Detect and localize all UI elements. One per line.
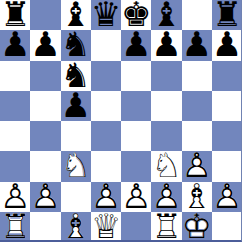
- square-c3[interactable]: ♞♘: [61, 151, 91, 181]
- square-f1[interactable]: ♜♖: [151, 212, 181, 242]
- square-d8[interactable]: ♛: [91, 0, 121, 30]
- black-piece-glyph: ♟: [121, 29, 151, 59]
- white-piece-outline: ♖: [0, 211, 30, 241]
- black-pawn-icon[interactable]: ♟: [182, 30, 212, 60]
- white-piece-outline: ♖: [151, 211, 181, 241]
- black-piece-glyph: ♟: [0, 29, 30, 59]
- black-piece-glyph: ♛: [91, 0, 121, 29]
- white-piece-outline: ♔: [182, 211, 212, 241]
- square-a1[interactable]: ♜♖: [0, 212, 30, 242]
- square-b1[interactable]: [30, 212, 60, 242]
- white-queen-icon[interactable]: ♛♕: [91, 212, 121, 242]
- chess-board: ♜♝♛♚♝♜♟♟♞♟♟♟♟♞♟♞♘♞♘♟♙♟♙♟♙♟♙♟♙♟♙♝♗♟♙♜♖♝♗♛…: [0, 0, 242, 242]
- black-pawn-icon[interactable]: ♟: [212, 30, 242, 60]
- square-e5[interactable]: [121, 91, 151, 121]
- square-a7[interactable]: ♟: [0, 30, 30, 60]
- black-pawn-icon[interactable]: ♟: [61, 91, 91, 121]
- black-piece-glyph: ♟: [212, 29, 242, 59]
- square-f7[interactable]: ♟: [151, 30, 181, 60]
- white-piece-outline: ♙: [121, 181, 151, 211]
- square-g1[interactable]: ♚♔: [182, 212, 212, 242]
- white-rook-icon[interactable]: ♜♖: [0, 212, 30, 242]
- square-f5[interactable]: [151, 91, 181, 121]
- square-h4[interactable]: [212, 121, 242, 151]
- black-pawn-icon[interactable]: ♟: [30, 30, 60, 60]
- square-b6[interactable]: [30, 61, 60, 91]
- square-a4[interactable]: [0, 121, 30, 151]
- black-piece-glyph: ♟: [30, 29, 60, 59]
- square-d7[interactable]: [91, 30, 121, 60]
- black-piece-glyph: ♟: [182, 29, 212, 59]
- square-h1[interactable]: [212, 212, 242, 242]
- white-rook-icon[interactable]: ♜♖: [151, 212, 181, 242]
- square-h5[interactable]: [212, 91, 242, 121]
- white-bishop-icon[interactable]: ♝♗: [61, 212, 91, 242]
- square-d5[interactable]: [91, 91, 121, 121]
- square-f6[interactable]: [151, 61, 181, 91]
- black-piece-glyph: ♟: [151, 29, 181, 59]
- white-piece-outline: ♘: [61, 150, 91, 180]
- square-b7[interactable]: ♟: [30, 30, 60, 60]
- square-g5[interactable]: [182, 91, 212, 121]
- square-d6[interactable]: [91, 61, 121, 91]
- square-d4[interactable]: [91, 121, 121, 151]
- square-e4[interactable]: [121, 121, 151, 151]
- black-piece-glyph: ♟: [61, 90, 91, 120]
- white-knight-icon[interactable]: ♞♘: [61, 151, 91, 181]
- black-pawn-icon[interactable]: ♟: [121, 30, 151, 60]
- square-e6[interactable]: [121, 61, 151, 91]
- square-b5[interactable]: [30, 91, 60, 121]
- square-d1[interactable]: ♛♕: [91, 212, 121, 242]
- white-piece-outline: ♙: [30, 181, 60, 211]
- square-c5[interactable]: ♟: [61, 91, 91, 121]
- black-queen-icon[interactable]: ♛: [91, 0, 121, 30]
- square-a6[interactable]: [0, 61, 30, 91]
- square-h6[interactable]: [212, 61, 242, 91]
- square-e1[interactable]: [121, 212, 151, 242]
- white-pawn-icon[interactable]: ♟♙: [121, 182, 151, 212]
- square-g7[interactable]: ♟: [182, 30, 212, 60]
- white-piece-outline: ♕: [91, 211, 121, 241]
- square-b2[interactable]: ♟♙: [30, 182, 60, 212]
- square-c1[interactable]: ♝♗: [61, 212, 91, 242]
- square-h7[interactable]: ♟: [212, 30, 242, 60]
- square-a5[interactable]: [0, 91, 30, 121]
- square-b4[interactable]: [30, 121, 60, 151]
- black-pawn-icon[interactable]: ♟: [0, 30, 30, 60]
- square-e2[interactable]: ♟♙: [121, 182, 151, 212]
- square-g6[interactable]: [182, 61, 212, 91]
- white-pawn-icon[interactable]: ♟♙: [212, 182, 242, 212]
- white-piece-outline: ♙: [212, 181, 242, 211]
- white-pawn-icon[interactable]: ♟♙: [30, 182, 60, 212]
- square-h2[interactable]: ♟♙: [212, 182, 242, 212]
- square-e7[interactable]: ♟: [121, 30, 151, 60]
- black-pawn-icon[interactable]: ♟: [151, 30, 181, 60]
- white-piece-outline: ♗: [61, 211, 91, 241]
- white-king-icon[interactable]: ♚♔: [182, 212, 212, 242]
